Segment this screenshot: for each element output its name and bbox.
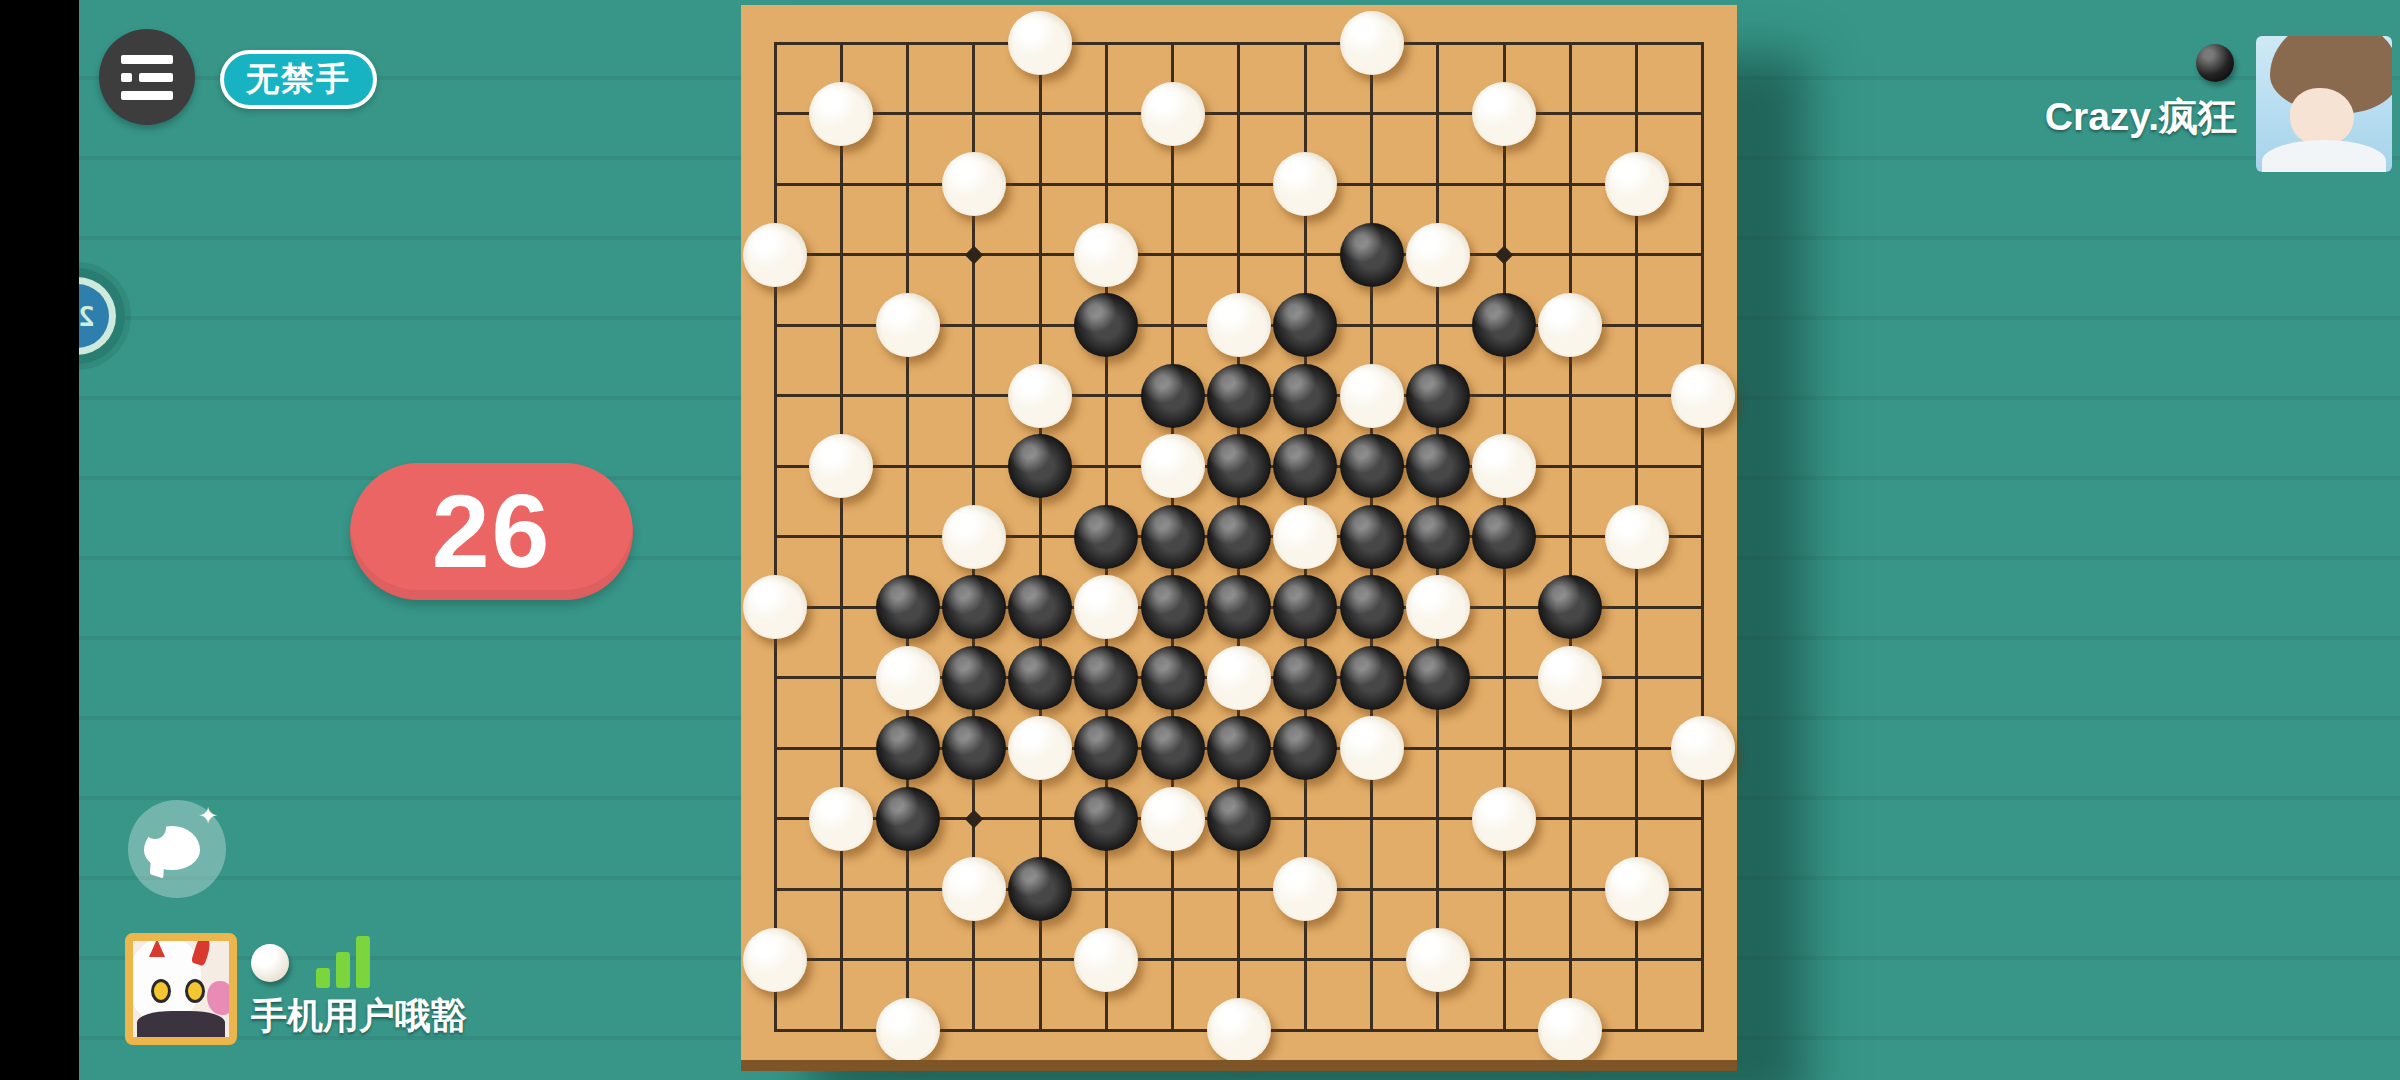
white-stone-icon [251, 944, 289, 982]
white-stone [1207, 646, 1271, 710]
black-stone [1008, 575, 1072, 639]
player-name-top: Crazy.疯狂 [2045, 90, 2237, 144]
black-stone [1141, 505, 1205, 569]
avatar-bottom-player[interactable] [125, 933, 237, 1045]
white-stone [876, 646, 940, 710]
white-stone [1141, 787, 1205, 851]
star-point [965, 245, 983, 263]
white-stone [1273, 505, 1337, 569]
white-stone [876, 998, 940, 1062]
black-stone [1273, 575, 1337, 639]
rule-badge-label: 无禁手 [246, 57, 351, 102]
rule-badge: 无禁手 [220, 50, 377, 109]
gomoku-board[interactable] [741, 5, 1737, 1060]
grid-line-vertical [1701, 42, 1704, 1032]
black-stone [1538, 575, 1602, 639]
white-stone [1406, 223, 1470, 287]
black-stone [942, 716, 1006, 780]
game-screen: 22 无禁手 26 ✦ Crazy.疯狂 [0, 0, 2400, 1080]
white-stone [1406, 928, 1470, 992]
white-stone [1008, 716, 1072, 780]
black-stone [1008, 857, 1072, 921]
white-stone [1538, 293, 1602, 357]
white-stone [1273, 152, 1337, 216]
white-stone [1472, 434, 1536, 498]
black-stone [1207, 434, 1271, 498]
black-stone [876, 575, 940, 639]
signal-bars-icon [316, 936, 372, 988]
white-stone [1074, 928, 1138, 992]
white-stone [1605, 857, 1669, 921]
white-stone [1605, 152, 1669, 216]
white-stone [809, 434, 873, 498]
white-stone [743, 928, 807, 992]
white-stone [1207, 998, 1271, 1062]
grid-line-horizontal [774, 888, 1705, 891]
black-stone [1273, 293, 1337, 357]
black-stone [1273, 364, 1337, 428]
move-timer-value: 26 [432, 472, 552, 591]
white-stone [942, 152, 1006, 216]
white-stone [743, 223, 807, 287]
black-stone [1074, 646, 1138, 710]
avatar-eye [151, 979, 171, 1003]
sparkle-icon: ✦ [198, 802, 218, 830]
black-stone [1008, 646, 1072, 710]
white-stone [1406, 575, 1470, 639]
white-stone [809, 787, 873, 851]
white-stone [876, 293, 940, 357]
avatar-eye [185, 979, 205, 1003]
white-stone [942, 505, 1006, 569]
white-stone [1141, 434, 1205, 498]
black-stone [1273, 716, 1337, 780]
menu-button[interactable] [99, 29, 195, 125]
black-stone [1074, 293, 1138, 357]
black-stone [1207, 575, 1271, 639]
chat-button[interactable]: ✦ [128, 800, 226, 898]
black-stone [1207, 716, 1271, 780]
white-stone [1340, 364, 1404, 428]
black-stone [1207, 787, 1271, 851]
black-stone [1141, 364, 1205, 428]
black-stone [1074, 505, 1138, 569]
black-stone [876, 716, 940, 780]
white-stone [809, 82, 873, 146]
black-stone [876, 787, 940, 851]
black-stone [1074, 716, 1138, 780]
black-stone [1340, 505, 1404, 569]
white-stone [1472, 82, 1536, 146]
white-stone [1472, 787, 1536, 851]
black-stone [1406, 364, 1470, 428]
avatar-shirt [2262, 140, 2386, 172]
white-stone [1074, 223, 1138, 287]
black-stone [1207, 505, 1271, 569]
black-stone [1340, 434, 1404, 498]
black-stone [1406, 646, 1470, 710]
black-stone [1273, 434, 1337, 498]
black-stone-icon [2196, 44, 2234, 82]
black-stone [1340, 223, 1404, 287]
move-timer: 26 [350, 463, 633, 600]
white-stone [1671, 364, 1735, 428]
avatar-face [2290, 88, 2354, 146]
white-stone [1074, 575, 1138, 639]
avatar-horn [149, 939, 165, 957]
avatar-horn [191, 934, 214, 967]
white-stone [1671, 716, 1735, 780]
white-stone [1605, 505, 1669, 569]
avatar-body [137, 1011, 225, 1039]
white-stone [942, 857, 1006, 921]
avatar-accessory [207, 981, 233, 1015]
white-stone [1538, 998, 1602, 1062]
black-stone [1207, 364, 1271, 428]
black-stone [942, 646, 1006, 710]
black-stone [1340, 646, 1404, 710]
white-stone [1340, 11, 1404, 75]
black-stone [1141, 646, 1205, 710]
black-stone [1340, 575, 1404, 639]
white-stone [1538, 646, 1602, 710]
black-stone [1074, 787, 1138, 851]
white-stone [1273, 857, 1337, 921]
white-stone [1340, 716, 1404, 780]
grid-line-vertical [1569, 42, 1572, 1032]
white-stone [1008, 364, 1072, 428]
player-name-bottom: 手机用户哦豁 [251, 992, 467, 1041]
white-stone [1207, 293, 1271, 357]
star-point [1495, 245, 1513, 263]
black-stone [1472, 505, 1536, 569]
white-stone [1141, 82, 1205, 146]
white-stone [1008, 11, 1072, 75]
black-stone [1141, 575, 1205, 639]
screen-notch-bar [0, 0, 79, 1080]
black-stone [1273, 646, 1337, 710]
black-stone [1141, 716, 1205, 780]
black-stone [942, 575, 1006, 639]
black-stone [1008, 434, 1072, 498]
grid-line-horizontal [774, 958, 1705, 961]
black-stone [1472, 293, 1536, 357]
avatar-top-player[interactable] [2256, 36, 2392, 172]
black-stone [1406, 505, 1470, 569]
white-stone [743, 575, 807, 639]
black-stone [1406, 434, 1470, 498]
star-point [965, 809, 983, 827]
